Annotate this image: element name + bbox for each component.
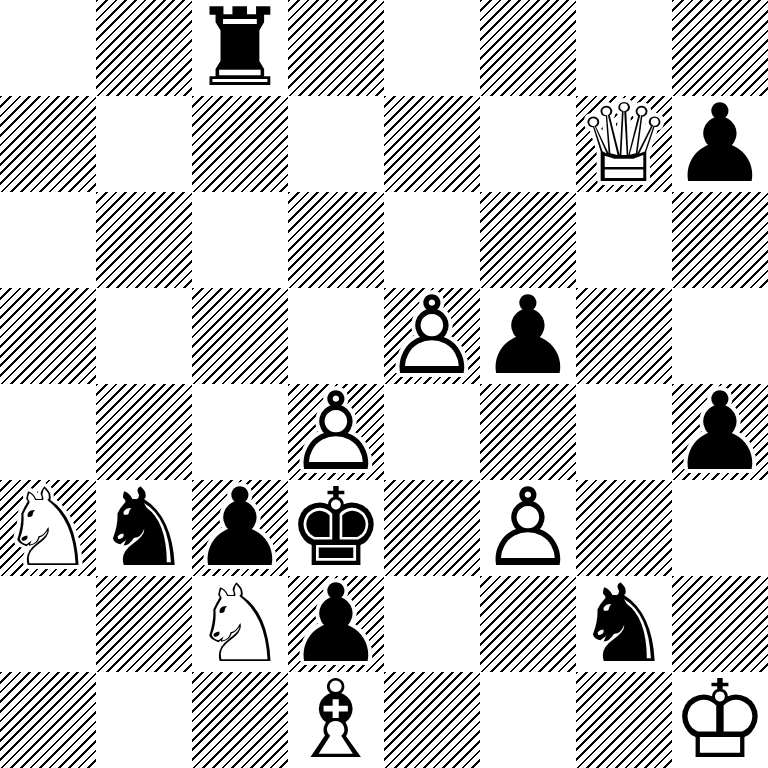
square-e6[interactable] <box>384 192 480 288</box>
square-a7[interactable] <box>0 96 96 192</box>
piece-halo: ♟ <box>672 384 768 480</box>
square-h1[interactable]: ♚♔ <box>672 672 768 768</box>
piece-halo: ♝ <box>288 672 384 768</box>
square-c6[interactable] <box>192 192 288 288</box>
piece-halo: ♟ <box>384 288 480 384</box>
piece-black-knight: ♞ <box>96 480 192 576</box>
chess-board: ♜♜♛♕♟♟♟♙♟♟♟♙♟♟♞♘♞♞♟♟♚♚♟♙♞♘♟♟♞♞♝♗♚♔ <box>0 0 768 768</box>
square-a4[interactable] <box>0 384 96 480</box>
square-c1[interactable] <box>192 672 288 768</box>
square-e1[interactable] <box>384 672 480 768</box>
piece-black-pawn: ♟ <box>480 288 576 384</box>
square-g2[interactable]: ♞♞ <box>576 576 672 672</box>
square-b8[interactable] <box>96 0 192 96</box>
square-e8[interactable] <box>384 0 480 96</box>
square-c7[interactable] <box>192 96 288 192</box>
square-b1[interactable] <box>96 672 192 768</box>
square-h4[interactable]: ♟♟ <box>672 384 768 480</box>
square-g6[interactable] <box>576 192 672 288</box>
square-b3[interactable]: ♞♞ <box>96 480 192 576</box>
square-c8[interactable]: ♜♜ <box>192 0 288 96</box>
square-h8[interactable] <box>672 0 768 96</box>
square-f6[interactable] <box>480 192 576 288</box>
square-d1[interactable]: ♝♗ <box>288 672 384 768</box>
piece-halo: ♞ <box>576 576 672 672</box>
square-d8[interactable] <box>288 0 384 96</box>
square-b2[interactable] <box>96 576 192 672</box>
piece-halo: ♜ <box>192 0 288 96</box>
square-h3[interactable] <box>672 480 768 576</box>
square-c5[interactable] <box>192 288 288 384</box>
piece-white-knight: ♘ <box>192 576 288 672</box>
square-c2[interactable]: ♞♘ <box>192 576 288 672</box>
square-a6[interactable] <box>0 192 96 288</box>
piece-halo: ♟ <box>672 96 768 192</box>
square-e5[interactable]: ♟♙ <box>384 288 480 384</box>
piece-halo: ♟ <box>480 288 576 384</box>
square-b7[interactable] <box>96 96 192 192</box>
square-e2[interactable] <box>384 576 480 672</box>
piece-halo: ♞ <box>0 480 96 576</box>
square-d2[interactable]: ♟♟ <box>288 576 384 672</box>
piece-halo: ♟ <box>288 384 384 480</box>
square-h7[interactable]: ♟♟ <box>672 96 768 192</box>
square-d6[interactable] <box>288 192 384 288</box>
piece-white-pawn: ♙ <box>480 480 576 576</box>
square-e3[interactable] <box>384 480 480 576</box>
square-f2[interactable] <box>480 576 576 672</box>
square-e7[interactable] <box>384 96 480 192</box>
piece-black-pawn: ♟ <box>288 576 384 672</box>
square-f1[interactable] <box>480 672 576 768</box>
piece-halo: ♞ <box>192 576 288 672</box>
piece-black-knight: ♞ <box>576 576 672 672</box>
square-h6[interactable] <box>672 192 768 288</box>
piece-black-pawn: ♟ <box>672 96 768 192</box>
square-g4[interactable] <box>576 384 672 480</box>
square-b5[interactable] <box>96 288 192 384</box>
piece-halo: ♚ <box>672 672 768 768</box>
square-a3[interactable]: ♞♘ <box>0 480 96 576</box>
square-c3[interactable]: ♟♟ <box>192 480 288 576</box>
piece-white-queen: ♕ <box>576 96 672 192</box>
square-g8[interactable] <box>576 0 672 96</box>
square-a5[interactable] <box>0 288 96 384</box>
piece-halo: ♟ <box>480 480 576 576</box>
piece-white-king: ♔ <box>672 672 768 768</box>
square-a2[interactable] <box>0 576 96 672</box>
piece-white-pawn: ♙ <box>288 384 384 480</box>
square-f3[interactable]: ♟♙ <box>480 480 576 576</box>
piece-white-knight: ♘ <box>0 480 96 576</box>
piece-halo: ♞ <box>96 480 192 576</box>
square-h5[interactable] <box>672 288 768 384</box>
square-f5[interactable]: ♟♟ <box>480 288 576 384</box>
piece-black-king: ♚ <box>288 480 384 576</box>
square-d4[interactable]: ♟♙ <box>288 384 384 480</box>
piece-white-bishop: ♗ <box>288 672 384 768</box>
square-e4[interactable] <box>384 384 480 480</box>
square-a1[interactable] <box>0 672 96 768</box>
square-d7[interactable] <box>288 96 384 192</box>
square-h2[interactable] <box>672 576 768 672</box>
square-f4[interactable] <box>480 384 576 480</box>
square-b4[interactable] <box>96 384 192 480</box>
square-f7[interactable] <box>480 96 576 192</box>
piece-black-pawn: ♟ <box>192 480 288 576</box>
piece-halo: ♛ <box>576 96 672 192</box>
piece-black-rook: ♜ <box>192 0 288 96</box>
square-g1[interactable] <box>576 672 672 768</box>
piece-halo: ♟ <box>192 480 288 576</box>
square-c4[interactable] <box>192 384 288 480</box>
piece-halo: ♚ <box>288 480 384 576</box>
piece-black-pawn: ♟ <box>672 384 768 480</box>
square-a8[interactable] <box>0 0 96 96</box>
square-d3[interactable]: ♚♚ <box>288 480 384 576</box>
square-d5[interactable] <box>288 288 384 384</box>
square-b6[interactable] <box>96 192 192 288</box>
square-f8[interactable] <box>480 0 576 96</box>
piece-white-pawn: ♙ <box>384 288 480 384</box>
piece-halo: ♟ <box>288 576 384 672</box>
square-g5[interactable] <box>576 288 672 384</box>
square-g3[interactable] <box>576 480 672 576</box>
square-g7[interactable]: ♛♕ <box>576 96 672 192</box>
